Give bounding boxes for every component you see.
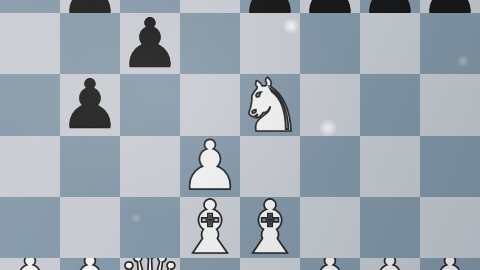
square-d2[interactable] [180,258,240,270]
square-b2[interactable]: ♟ [60,258,120,270]
black-pawn-b5[interactable]: ♟ [60,74,120,135]
chess-board: ♟♟♟♟♟♟♟♞♟♝+♝+♟♟♛♟♟♟ [0,0,480,270]
white-pawn-h2[interactable]: ♟ [420,258,480,270]
square-a6[interactable] [0,13,60,74]
white-pawn-f2[interactable]: ♟ [300,258,360,270]
white-bishop-icon: ♝ [180,197,240,258]
black-pawn-icon: ♟ [300,0,360,13]
black-pawn-f7[interactable]: ♟ [300,0,360,13]
square-g6[interactable] [360,13,420,74]
black-pawn-e7[interactable]: ♟ [240,0,300,13]
black-pawn-c6[interactable]: ♟ [120,13,180,74]
black-pawn-b7[interactable]: ♟ [60,0,120,13]
square-e3[interactable]: ♝+ [240,197,300,258]
black-pawn-h7[interactable]: ♟ [420,0,480,13]
square-f7[interactable]: ♟ [300,0,360,13]
square-d3[interactable]: ♝+ [180,197,240,258]
white-knight-e5[interactable]: ♞ [240,74,300,135]
square-f3[interactable] [300,197,360,258]
square-e5[interactable]: ♞ [240,74,300,135]
square-e7[interactable]: ♟ [240,0,300,13]
square-c3[interactable] [120,197,180,258]
square-a4[interactable] [0,136,60,197]
white-bishop-icon: ♝ [240,197,300,258]
square-g4[interactable] [360,136,420,197]
black-pawn-icon: ♟ [120,13,180,74]
square-h3[interactable] [420,197,480,258]
square-h7[interactable]: ♟ [420,0,480,13]
square-h2[interactable]: ♟ [420,258,480,270]
square-d7[interactable] [180,0,240,13]
square-g2[interactable]: ♟ [360,258,420,270]
white-pawn-icon: ♟ [420,258,480,270]
square-f5[interactable] [300,74,360,135]
square-b4[interactable] [60,136,120,197]
white-pawn-g2[interactable]: ♟ [360,258,420,270]
white-pawn-icon: ♟ [60,258,120,270]
square-g3[interactable] [360,197,420,258]
square-e2[interactable] [240,258,300,270]
square-a7[interactable] [0,0,60,13]
video-frame: ♟♟♟♟♟♟♟♞♟♝+♝+♟♟♛♟♟♟ [0,0,480,270]
black-pawn-icon: ♟ [360,0,420,13]
square-h5[interactable] [420,74,480,135]
square-b7[interactable]: ♟ [60,0,120,13]
square-b3[interactable] [60,197,120,258]
square-h4[interactable] [420,136,480,197]
square-c6[interactable]: ♟ [120,13,180,74]
white-bishop-d3[interactable]: ♝+ [180,197,240,258]
black-pawn-icon: ♟ [60,0,120,13]
square-a5[interactable] [0,74,60,135]
white-pawn-icon: ♟ [300,258,360,270]
black-pawn-icon: ♟ [240,0,300,13]
square-a2[interactable]: ♟ [0,258,60,270]
square-d6[interactable] [180,13,240,74]
square-f4[interactable] [300,136,360,197]
square-c5[interactable] [120,74,180,135]
square-f2[interactable]: ♟ [300,258,360,270]
black-pawn-icon: ♟ [60,74,120,135]
square-c2[interactable]: ♛ [120,258,180,270]
white-bishop-e3[interactable]: ♝+ [240,197,300,258]
black-pawn-icon: ♟ [420,0,480,13]
square-c4[interactable] [120,136,180,197]
white-pawn-icon: ♟ [0,258,60,270]
white-queen-icon: ♛ [120,258,180,270]
white-knight-icon: ♞ [240,74,300,135]
square-g5[interactable] [360,74,420,135]
square-b5[interactable]: ♟ [60,74,120,135]
square-h6[interactable] [420,13,480,74]
white-queen-c2[interactable]: ♛ [120,258,180,270]
square-f6[interactable] [300,13,360,74]
white-pawn-a2[interactable]: ♟ [0,258,60,270]
square-a3[interactable] [0,197,60,258]
black-pawn-g7[interactable]: ♟ [360,0,420,13]
white-pawn-b2[interactable]: ♟ [60,258,120,270]
white-pawn-icon: ♟ [360,258,420,270]
square-g7[interactable]: ♟ [360,0,420,13]
